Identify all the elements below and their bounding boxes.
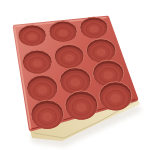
muffin-cup-r1c3 xyxy=(80,17,108,38)
muffin-cup-r1c1 xyxy=(18,25,46,46)
muffin-cup-r4c1 xyxy=(31,100,64,129)
muffin-cup-r2c1 xyxy=(23,50,53,74)
muffin-cup-r2c3 xyxy=(86,39,116,63)
muffin-cup-r4c2 xyxy=(65,91,98,120)
muffin-cup-r3c2 xyxy=(60,68,91,94)
product-photo-scene xyxy=(0,0,150,150)
muffin-pan-photo xyxy=(0,0,150,150)
muffin-cup-r4c3 xyxy=(99,82,132,111)
muffin-cup-r2c2 xyxy=(54,44,84,68)
muffin-cup-r1c2 xyxy=(49,21,77,42)
muffin-cup-r3c1 xyxy=(27,75,58,101)
